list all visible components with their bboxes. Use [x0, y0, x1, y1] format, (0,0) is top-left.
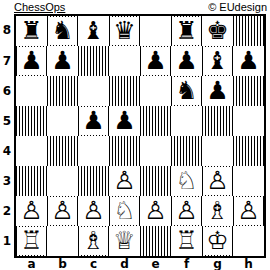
rank-label-7: 7	[0, 46, 14, 76]
white-queen[interactable]: ♕	[111, 227, 138, 255]
white-bishop[interactable]: ♗	[204, 197, 231, 225]
square-e6[interactable]	[140, 76, 171, 106]
file-label-a: a	[16, 258, 47, 270]
board-area: 87654321 ♜♞♝♛♜♚♟♟♟♟♝♟♞♟♟♟♙♘♙♙♙♙♘♙♙♗♙♖♗♕♖…	[0, 14, 270, 258]
square-g7[interactable]: ♝	[202, 46, 233, 76]
square-f4[interactable]	[171, 136, 202, 166]
file-label-e: e	[140, 258, 171, 270]
square-a3[interactable]	[16, 166, 47, 196]
white-pawn[interactable]: ♙	[80, 197, 107, 225]
square-b1[interactable]	[47, 226, 78, 256]
white-pawn[interactable]: ♙	[235, 197, 262, 225]
square-e1[interactable]	[140, 226, 171, 256]
black-knight[interactable]: ♞	[49, 17, 76, 45]
black-pawn[interactable]: ♟	[80, 107, 107, 135]
chess-board: ♜♞♝♛♜♚♟♟♟♟♝♟♞♟♟♟♙♘♙♙♙♙♘♙♙♗♙♖♗♕♖♔	[14, 14, 266, 258]
square-d7[interactable]	[109, 46, 140, 76]
rank-label-3: 3	[0, 166, 14, 196]
square-g8[interactable]: ♚	[202, 16, 233, 46]
square-d1[interactable]: ♕	[109, 226, 140, 256]
square-b3[interactable]	[47, 166, 78, 196]
rank-label-1: 1	[0, 226, 14, 256]
white-pawn[interactable]: ♙	[18, 197, 45, 225]
square-f5[interactable]	[171, 106, 202, 136]
square-g2[interactable]: ♗	[202, 196, 233, 226]
square-d5[interactable]: ♟	[109, 106, 140, 136]
white-pawn[interactable]: ♙	[111, 167, 138, 195]
square-c2[interactable]: ♙	[78, 196, 109, 226]
rank-label-4: 4	[0, 136, 14, 166]
square-b8[interactable]: ♞	[47, 16, 78, 46]
black-bishop[interactable]: ♝	[204, 47, 231, 75]
square-g4[interactable]	[202, 136, 233, 166]
white-knight[interactable]: ♘	[173, 167, 200, 195]
square-e5[interactable]	[140, 106, 171, 136]
square-d4[interactable]	[109, 136, 140, 166]
square-e8[interactable]	[140, 16, 171, 46]
square-f8[interactable]: ♜	[171, 16, 202, 46]
square-d6[interactable]	[109, 76, 140, 106]
rank-label-2: 2	[0, 196, 14, 226]
credit-text: © EUdesign	[208, 1, 267, 13]
square-h6[interactable]	[233, 76, 264, 106]
rank-label-5: 5	[0, 106, 14, 136]
white-rook[interactable]: ♖	[173, 227, 200, 255]
square-a8[interactable]: ♜	[16, 16, 47, 46]
square-c7[interactable]	[78, 46, 109, 76]
black-knight[interactable]: ♞	[173, 77, 200, 105]
square-f3[interactable]: ♘	[171, 166, 202, 196]
square-b4[interactable]	[47, 136, 78, 166]
square-g3[interactable]: ♙	[202, 166, 233, 196]
square-e7[interactable]: ♟	[140, 46, 171, 76]
square-c5[interactable]: ♟	[78, 106, 109, 136]
file-label-g: g	[202, 258, 233, 270]
file-label-f: f	[171, 258, 202, 270]
square-g1[interactable]: ♔	[202, 226, 233, 256]
black-pawn[interactable]: ♟	[142, 47, 169, 75]
square-d3[interactable]: ♙	[109, 166, 140, 196]
white-pawn[interactable]: ♙	[204, 167, 231, 195]
white-knight[interactable]: ♘	[111, 197, 138, 225]
black-queen[interactable]: ♛	[111, 17, 138, 45]
square-f1[interactable]: ♖	[171, 226, 202, 256]
square-d2[interactable]: ♘	[109, 196, 140, 226]
square-h2[interactable]: ♙	[233, 196, 264, 226]
app-title: ChessOps	[14, 1, 65, 13]
square-e2[interactable]: ♙	[140, 196, 171, 226]
black-pawn[interactable]: ♟	[235, 47, 262, 75]
white-bishop[interactable]: ♗	[80, 227, 107, 255]
square-h1[interactable]	[233, 226, 264, 256]
square-g6[interactable]: ♟	[202, 76, 233, 106]
square-b5[interactable]	[47, 106, 78, 136]
square-f7[interactable]: ♟	[171, 46, 202, 76]
square-f2[interactable]: ♙	[171, 196, 202, 226]
square-h7[interactable]: ♟	[233, 46, 264, 76]
white-king[interactable]: ♔	[204, 227, 231, 255]
square-c8[interactable]: ♝	[78, 16, 109, 46]
square-h5[interactable]	[233, 106, 264, 136]
file-labels: abcdefgh	[14, 258, 266, 270]
square-g5[interactable]	[202, 106, 233, 136]
header: ChessOps © EUdesign	[0, 0, 270, 14]
square-a4[interactable]	[16, 136, 47, 166]
chessops-diagram: ChessOps © EUdesign 87654321 ♜♞♝♛♜♚♟♟♟♟♝…	[0, 0, 270, 270]
black-pawn[interactable]: ♟	[173, 47, 200, 75]
square-c1[interactable]: ♗	[78, 226, 109, 256]
square-h4[interactable]	[233, 136, 264, 166]
square-e4[interactable]	[140, 136, 171, 166]
white-rook[interactable]: ♖	[18, 227, 45, 255]
rank-label-8: 8	[0, 14, 14, 46]
rank-label-6: 6	[0, 76, 14, 106]
square-h8[interactable]	[233, 16, 264, 46]
square-c4[interactable]	[78, 136, 109, 166]
black-king[interactable]: ♚	[204, 17, 231, 45]
square-a7[interactable]: ♟	[16, 46, 47, 76]
square-h3[interactable]	[233, 166, 264, 196]
square-a1[interactable]: ♖	[16, 226, 47, 256]
square-b2[interactable]: ♙	[47, 196, 78, 226]
black-pawn[interactable]: ♟	[49, 47, 76, 75]
file-label-h: h	[233, 258, 264, 270]
black-rook[interactable]: ♜	[18, 17, 45, 45]
file-label-b: b	[47, 258, 78, 270]
square-f6[interactable]: ♞	[171, 76, 202, 106]
black-rook[interactable]: ♜	[173, 17, 200, 45]
square-d8[interactable]: ♛	[109, 16, 140, 46]
square-b6[interactable]	[47, 76, 78, 106]
black-pawn[interactable]: ♟	[18, 47, 45, 75]
square-b7[interactable]: ♟	[47, 46, 78, 76]
rank-labels: 87654321	[0, 14, 14, 258]
white-pawn[interactable]: ♙	[142, 197, 169, 225]
square-e3[interactable]	[140, 166, 171, 196]
black-pawn[interactable]: ♟	[111, 107, 138, 135]
black-bishop[interactable]: ♝	[80, 17, 107, 45]
file-label-d: d	[109, 258, 140, 270]
square-c3[interactable]	[78, 166, 109, 196]
square-a6[interactable]	[16, 76, 47, 106]
square-a2[interactable]: ♙	[16, 196, 47, 226]
square-c6[interactable]	[78, 76, 109, 106]
square-a5[interactable]	[16, 106, 47, 136]
white-pawn[interactable]: ♙	[173, 197, 200, 225]
file-label-c: c	[78, 258, 109, 270]
black-pawn[interactable]: ♟	[204, 77, 231, 105]
white-pawn[interactable]: ♙	[49, 197, 76, 225]
